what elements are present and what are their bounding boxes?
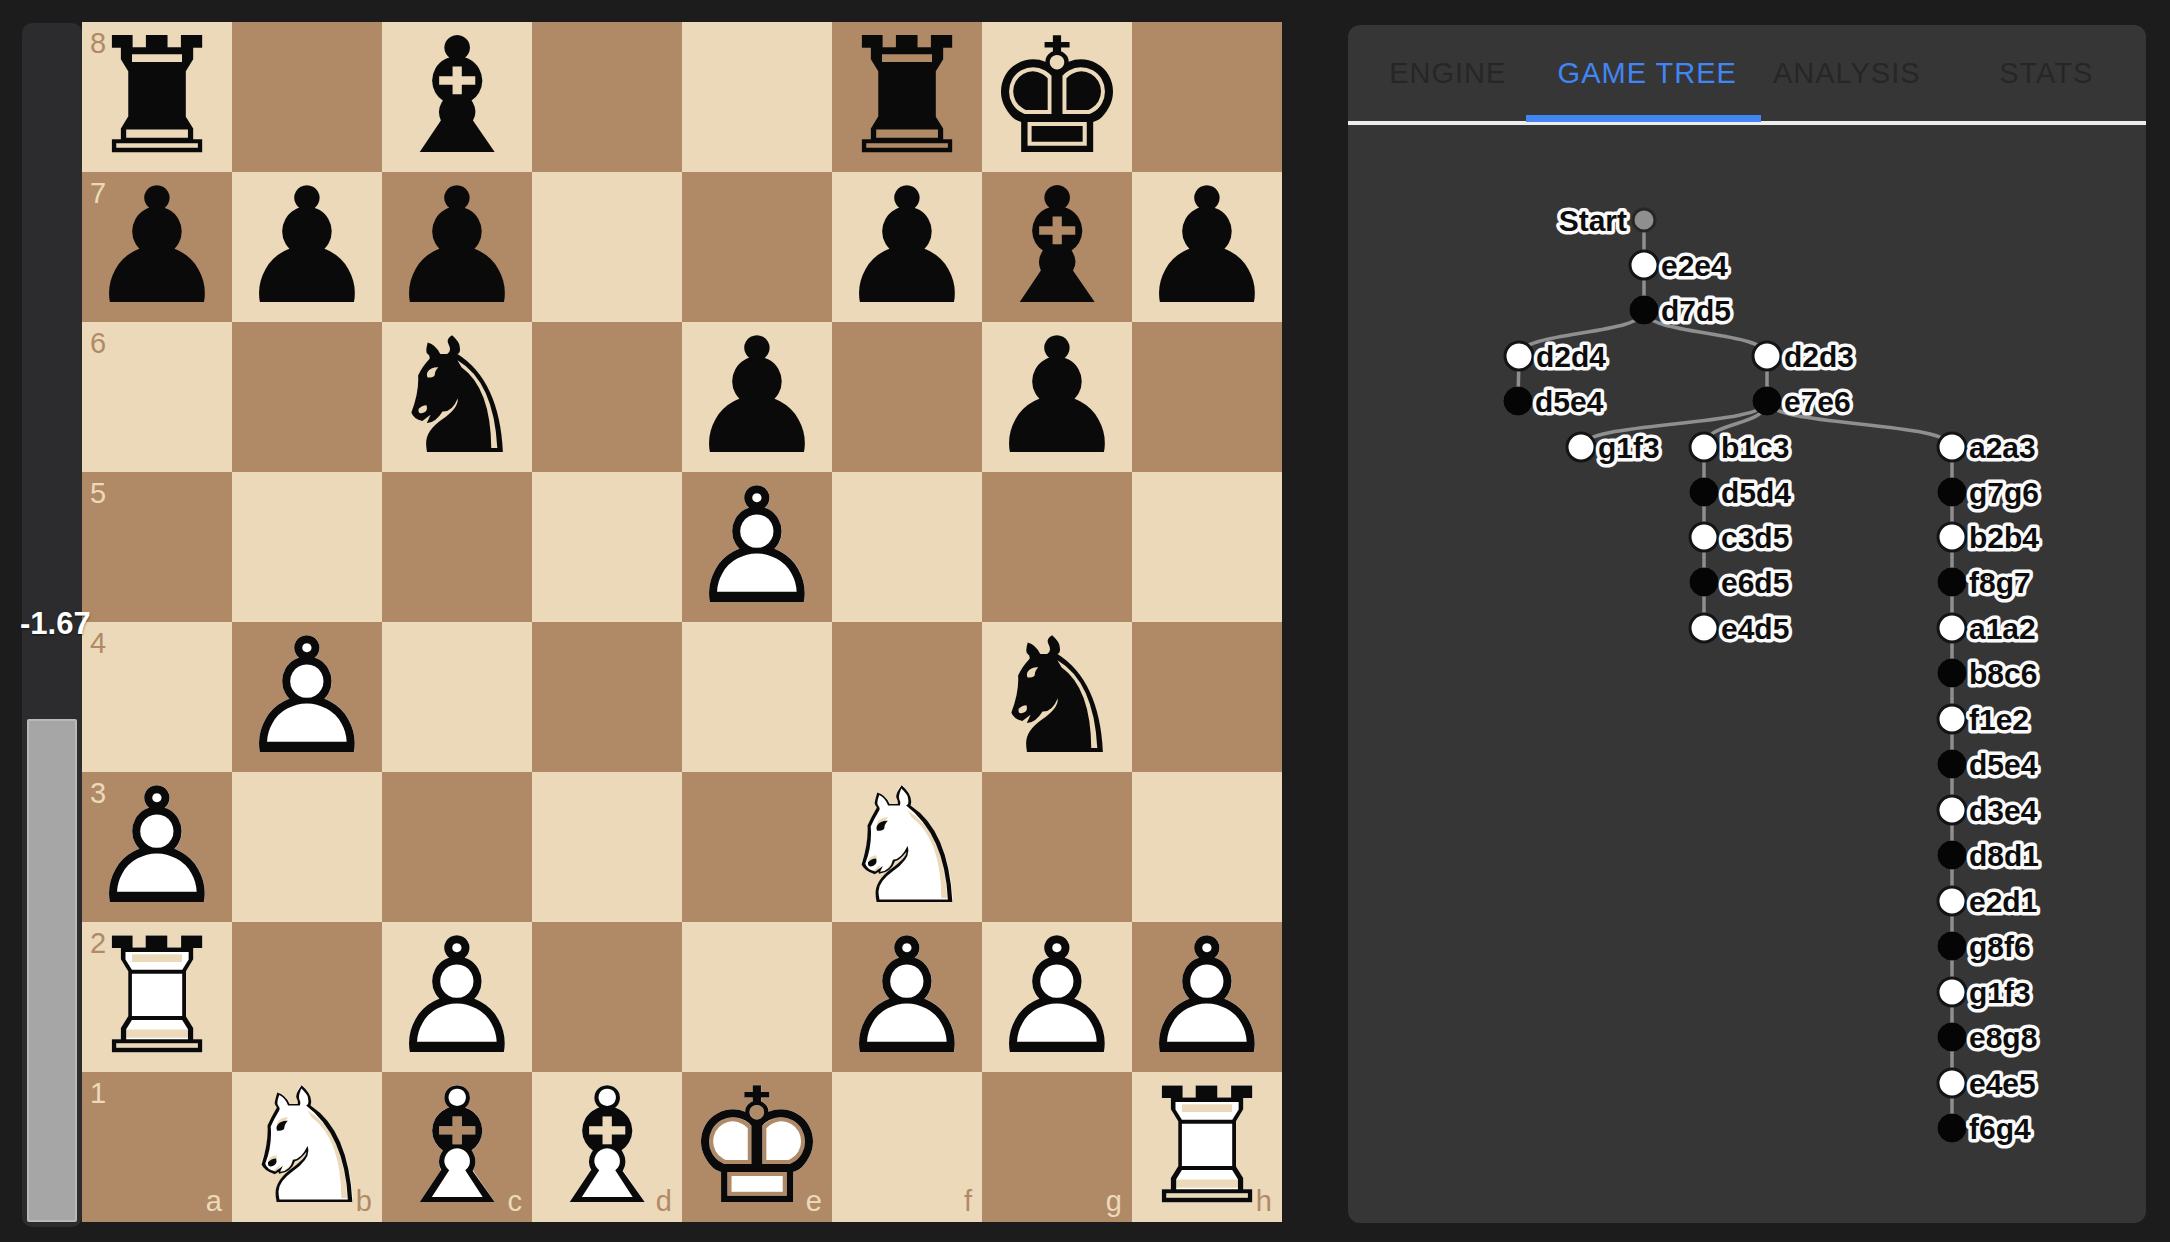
piece-black-pawn: ♟ <box>382 172 532 322</box>
square-h6[interactable] <box>1132 322 1282 472</box>
tree-node-a1a2[interactable]: a1a2 <box>1938 612 2036 645</box>
square-g3[interactable] <box>982 772 1132 922</box>
tree-node-f8g7[interactable]: f8g7 <box>1938 566 2031 599</box>
rank-label-1: 1 <box>90 1077 106 1110</box>
chess-analysis-app: { "game": "chess", "position": { "fen": … <box>0 0 2170 1242</box>
svg-text:e2e4: e2e4 <box>1661 249 1728 282</box>
square-c2[interactable]: ♟♙ <box>382 922 532 1072</box>
svg-text:d7d5: d7d5 <box>1661 294 1731 327</box>
svg-text:b2b4: b2b4 <box>1969 521 2039 554</box>
square-g5[interactable] <box>982 472 1132 622</box>
tree-node-f6g4[interactable]: f6g4 <box>1938 1112 2031 1145</box>
svg-text:c3d5: c3d5 <box>1721 521 1789 554</box>
svg-text:b1c3: b1c3 <box>1721 431 1789 464</box>
piece-white-knight: ♞♘ <box>832 772 982 922</box>
square-e4[interactable] <box>682 622 832 772</box>
tree-node-d5e4b[interactable]: d5e4 <box>1938 748 2038 781</box>
tree-node-d2d4[interactable]: d2d4 <box>1505 340 1606 373</box>
piece-black-rook: ♜ <box>832 22 982 172</box>
svg-text:e8g8: e8g8 <box>1969 1021 2037 1054</box>
square-a1[interactable]: 1a <box>82 1072 232 1222</box>
tree-node-g8f6[interactable]: g8f6 <box>1938 930 2031 963</box>
square-b3[interactable] <box>232 772 382 922</box>
tree-node-e7e6[interactable]: e7e6 <box>1753 385 1851 418</box>
active-tab-underline <box>1526 115 1761 122</box>
square-h5[interactable] <box>1132 472 1282 622</box>
piece-white-bishop: ♝♗ <box>532 1072 682 1222</box>
svg-text:Start: Start <box>1559 204 1627 237</box>
tree-node-e6d5[interactable]: e6d5 <box>1690 566 1789 599</box>
piece-white-king: ♚♔ <box>682 1072 832 1222</box>
piece-black-bishop: ♝ <box>982 172 1132 322</box>
piece-white-pawn: ♟♙ <box>82 772 232 922</box>
square-b5[interactable] <box>232 472 382 622</box>
square-d5[interactable] <box>532 472 682 622</box>
square-g8[interactable]: ♚ <box>982 22 1132 172</box>
piece-black-pawn: ♟ <box>682 322 832 472</box>
square-f4[interactable] <box>832 622 982 772</box>
tree-node-e4d5[interactable]: e4d5 <box>1690 612 1789 645</box>
square-e5[interactable]: ♟♙ <box>682 472 832 622</box>
piece-black-pawn: ♟ <box>982 322 1132 472</box>
square-h2[interactable]: ♟♙ <box>1132 922 1282 1072</box>
piece-black-pawn: ♟ <box>1132 172 1282 322</box>
square-b4[interactable]: ♟♙ <box>232 622 382 772</box>
tree-node-c3d5[interactable]: c3d5 <box>1690 521 1789 554</box>
svg-text:g1f3: g1f3 <box>1969 976 2031 1009</box>
square-f6[interactable] <box>832 322 982 472</box>
game-tree-svg: Starte2e4d7d5d2d4d2d3d5e4e7e6g1f3b1c3a2a… <box>1348 25 2146 1223</box>
square-a5[interactable]: 5 <box>82 472 232 622</box>
square-c7[interactable]: ♟ <box>382 172 532 322</box>
piece-white-pawn: ♟♙ <box>832 922 982 1072</box>
square-g1[interactable]: g <box>982 1072 1132 1222</box>
tree-node-b2b4[interactable]: b2b4 <box>1938 521 2039 554</box>
piece-white-rook: ♜♖ <box>82 922 232 1072</box>
file-label-f: f <box>964 1185 972 1218</box>
square-e6[interactable]: ♟ <box>682 322 832 472</box>
svg-text:e4e5: e4e5 <box>1969 1067 2036 1100</box>
square-d2[interactable] <box>532 922 682 1072</box>
square-d3[interactable] <box>532 772 682 922</box>
chess-board: 8♜♝♜♚7♟♟♟♟♝♟6♞♟♟5♟♙4♟♙♞3♟♙♞♘2♜♖♟♙♟♙♟♙♟♙1… <box>82 22 1282 1222</box>
square-c5[interactable] <box>382 472 532 622</box>
rank-label-6: 6 <box>90 327 106 360</box>
square-a7[interactable]: 7♟ <box>82 172 232 322</box>
svg-text:f1e2: f1e2 <box>1969 703 2029 736</box>
file-label-a: a <box>206 1185 222 1218</box>
square-d8[interactable] <box>532 22 682 172</box>
svg-text:d5d4: d5d4 <box>1721 476 1791 509</box>
svg-text:e7e6: e7e6 <box>1784 385 1851 418</box>
tree-node-e8g8[interactable]: e8g8 <box>1938 1021 2037 1054</box>
square-e7[interactable] <box>682 172 832 322</box>
svg-text:d3e4: d3e4 <box>1969 794 2038 827</box>
square-a3[interactable]: 3♟♙ <box>82 772 232 922</box>
square-c8[interactable]: ♝ <box>382 22 532 172</box>
piece-white-bishop: ♝♗ <box>382 1072 532 1222</box>
square-b2[interactable] <box>232 922 382 1072</box>
svg-text:a2a3: a2a3 <box>1969 431 2036 464</box>
square-g6[interactable]: ♟ <box>982 322 1132 472</box>
svg-text:e6d5: e6d5 <box>1721 566 1789 599</box>
piece-white-rook: ♜♖ <box>1132 1072 1282 1222</box>
tree-node-a2a3[interactable]: a2a3 <box>1938 431 2036 464</box>
svg-text:d2d3: d2d3 <box>1784 340 1854 373</box>
tree-node-d8d1[interactable]: d8d1 <box>1938 839 2039 872</box>
square-h1[interactable]: h♜♖ <box>1132 1072 1282 1222</box>
square-c3[interactable] <box>382 772 532 922</box>
square-a6[interactable]: 6 <box>82 322 232 472</box>
square-f5[interactable] <box>832 472 982 622</box>
svg-text:e4d5: e4d5 <box>1721 612 1789 645</box>
square-g2[interactable]: ♟♙ <box>982 922 1132 1072</box>
square-b6[interactable] <box>232 322 382 472</box>
tree-node-d2d3[interactable]: d2d3 <box>1753 340 1854 373</box>
square-g7[interactable]: ♝ <box>982 172 1132 322</box>
svg-text:g8f6: g8f6 <box>1969 930 2031 963</box>
square-f8[interactable]: ♜ <box>832 22 982 172</box>
square-f3[interactable]: ♞♘ <box>832 772 982 922</box>
piece-white-pawn: ♟♙ <box>232 622 382 772</box>
square-a2[interactable]: 2♜♖ <box>82 922 232 1072</box>
svg-text:e2d1: e2d1 <box>1969 885 2037 918</box>
piece-white-pawn: ♟♙ <box>382 922 532 1072</box>
tree-node-f1e2[interactable]: f1e2 <box>1938 703 2029 736</box>
svg-text:b8c6: b8c6 <box>1969 657 2037 690</box>
svg-text:f6g4: f6g4 <box>1969 1112 2031 1145</box>
square-e8[interactable] <box>682 22 832 172</box>
piece-white-pawn: ♟♙ <box>1132 922 1282 1072</box>
svg-text:g7g6: g7g6 <box>1969 476 2039 509</box>
square-f1[interactable]: f <box>832 1072 982 1222</box>
rank-label-5: 5 <box>90 477 106 510</box>
tree-node-e2e4[interactable]: e2e4 <box>1630 249 1728 282</box>
piece-white-pawn: ♟♙ <box>982 922 1132 1072</box>
tree-node-g1f3[interactable]: g1f3 <box>1567 431 1660 464</box>
piece-black-pawn: ♟ <box>232 172 382 322</box>
piece-white-knight: ♞♘ <box>232 1072 382 1222</box>
svg-text:g1f3: g1f3 <box>1598 431 1660 464</box>
piece-white-pawn: ♟♙ <box>682 472 832 622</box>
piece-black-pawn: ♟ <box>832 172 982 322</box>
tree-node-start[interactable]: Start <box>1559 204 1655 237</box>
svg-text:a1a2: a1a2 <box>1969 612 2036 645</box>
square-b8[interactable] <box>232 22 382 172</box>
svg-text:d5e4: d5e4 <box>1969 748 2038 781</box>
file-label-g: g <box>1106 1185 1122 1218</box>
square-e1[interactable]: e♚♔ <box>682 1072 832 1222</box>
square-c6[interactable]: ♞ <box>382 322 532 472</box>
square-h7[interactable]: ♟ <box>1132 172 1282 322</box>
eval-score: -1.67 <box>20 606 91 642</box>
tree-node-e4e5[interactable]: e4e5 <box>1938 1067 2036 1100</box>
piece-black-pawn: ♟ <box>82 172 232 322</box>
analysis-panel: ENGINE GAME TREE ANALYSIS STATS Starte2e… <box>1348 25 2146 1223</box>
square-b1[interactable]: b♞♘ <box>232 1072 382 1222</box>
tree-node-d7d5[interactable]: d7d5 <box>1630 294 1731 327</box>
svg-text:d8d1: d8d1 <box>1969 839 2039 872</box>
square-g4[interactable]: ♞ <box>982 622 1132 772</box>
square-e3[interactable] <box>682 772 832 922</box>
tree-node-g7g6[interactable]: g7g6 <box>1938 476 2039 509</box>
tree-node-d5d4[interactable]: d5d4 <box>1690 476 1791 509</box>
rank-label-4: 4 <box>90 627 106 660</box>
tree-node-b8c6[interactable]: b8c6 <box>1938 657 2037 690</box>
svg-text:d2d4: d2d4 <box>1536 340 1606 373</box>
piece-black-knight: ♞ <box>982 622 1132 772</box>
svg-text:f8g7: f8g7 <box>1969 566 2031 599</box>
square-d7[interactable] <box>532 172 682 322</box>
square-d4[interactable] <box>532 622 682 772</box>
tree-node-e2d1[interactable]: e2d1 <box>1938 885 2037 918</box>
square-d1[interactable]: d♝♗ <box>532 1072 682 1222</box>
square-b7[interactable]: ♟ <box>232 172 382 322</box>
piece-black-rook: ♜ <box>82 22 232 172</box>
square-h8[interactable] <box>1132 22 1282 172</box>
piece-black-king: ♚ <box>982 22 1132 172</box>
svg-text:d5e4: d5e4 <box>1535 385 1604 418</box>
tree-node-g1f3b[interactable]: g1f3 <box>1938 976 2031 1009</box>
tree-node-b1c3[interactable]: b1c3 <box>1690 431 1789 464</box>
eval-bar-white-fill <box>27 719 77 1222</box>
square-d6[interactable] <box>532 322 682 472</box>
piece-black-bishop: ♝ <box>382 22 532 172</box>
square-c4[interactable] <box>382 622 532 772</box>
square-a4[interactable]: 4 <box>82 622 232 772</box>
square-h3[interactable] <box>1132 772 1282 922</box>
square-c1[interactable]: c♝♗ <box>382 1072 532 1222</box>
square-f7[interactable]: ♟ <box>832 172 982 322</box>
tree-node-d5e4[interactable]: d5e4 <box>1504 385 1604 418</box>
square-f2[interactable]: ♟♙ <box>832 922 982 1072</box>
square-h4[interactable] <box>1132 622 1282 772</box>
tree-node-d3e4[interactable]: d3e4 <box>1938 794 2038 827</box>
square-a8[interactable]: 8♜ <box>82 22 232 172</box>
square-e2[interactable] <box>682 922 832 1072</box>
piece-black-knight: ♞ <box>382 322 532 472</box>
